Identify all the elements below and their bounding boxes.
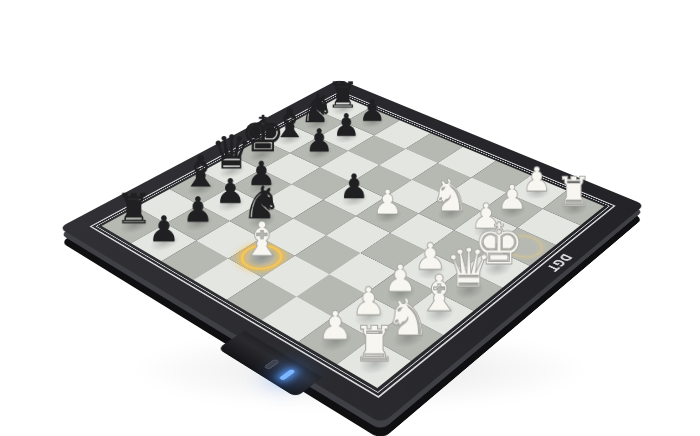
module-button[interactable] bbox=[264, 359, 280, 370]
scene: ♜♝♛♚♝♞♜♟♟♟♟♟♟♟♞♝♟♟♞♟♟♟♟♟♟♟♜♞♝♛♚♜ DGT bbox=[0, 0, 700, 436]
piece-white-bishop-b5[interactable]: ♝ bbox=[238, 216, 285, 263]
piece-white-rook-a1[interactable]: ♜ bbox=[348, 320, 401, 369]
module-power-led bbox=[279, 369, 296, 381]
piece-white-rook-h1[interactable]: ♜ bbox=[551, 172, 595, 213]
board-playing-area: ♜♝♛♚♝♞♜♟♟♟♟♟♟♟♞♝♟♟♞♟♟♟♟♟♟♟♜♞♝♛♚♜ bbox=[96, 93, 610, 393]
chess-board: ♜♝♛♚♝♞♜♟♟♟♟♟♟♟♞♝♟♟♞♟♟♟♟♟♟♟♜♞♝♛♚♜ DGT bbox=[59, 79, 645, 424]
square-a1[interactable]: ♜ bbox=[337, 338, 411, 388]
piece-black-pawn-f7[interactable]: ♟ bbox=[299, 125, 340, 157]
board-grid: ♜♝♛♚♝♞♜♟♟♟♟♟♟♟♞♝♟♟♞♟♟♟♟♟♟♟♜♞♝♛♚♜ bbox=[102, 96, 605, 388]
piece-white-pawn-e4[interactable]: ♟ bbox=[365, 185, 409, 219]
piece-black-pawn-a7[interactable]: ♟ bbox=[141, 212, 187, 248]
product-photo-stage: ♜♝♛♚♝♞♜♟♟♟♟♟♟♟♞♝♟♟♞♟♟♟♟♟♟♟♜♞♝♛♚♜ DGT bbox=[0, 0, 700, 436]
